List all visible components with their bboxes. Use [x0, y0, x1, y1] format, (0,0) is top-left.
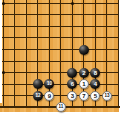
- stone-black-2: 2: [79, 68, 89, 78]
- move-number: 13: [104, 91, 109, 101]
- grid-line-vertical: [14, 0, 15, 108]
- move-number: 11: [59, 102, 64, 112]
- grid-line-horizontal: [2, 72, 119, 73]
- move-number: 1: [82, 79, 85, 89]
- move-number: 2: [82, 67, 85, 77]
- grid-line-horizontal: [2, 26, 119, 27]
- grid-line-horizontal: [2, 37, 119, 38]
- grid-line-vertical: [60, 0, 61, 108]
- grid-line-horizontal: [2, 3, 119, 4]
- move-number: 6: [71, 79, 74, 89]
- move-number: 3: [71, 91, 74, 101]
- go-diagram: 28614103751312911: [0, 0, 120, 120]
- grid-line-horizontal: [2, 61, 119, 62]
- grid-line-vertical: [26, 0, 27, 108]
- move-number: 9: [48, 91, 51, 101]
- move-number: 7: [82, 91, 85, 101]
- stone-white-7: 7: [79, 91, 89, 101]
- move-number: 10: [47, 79, 52, 89]
- grid-line-vertical: [118, 0, 119, 108]
- stone-white-13: 13: [102, 91, 112, 101]
- grid-line-horizontal: [2, 14, 119, 15]
- star-point: [71, 2, 74, 5]
- move-number: 12: [35, 91, 40, 101]
- grid-line-horizontal: [2, 84, 119, 85]
- move-number: 5: [94, 91, 97, 101]
- move-number: 4: [94, 79, 97, 89]
- star-point: [2, 2, 5, 5]
- stone-black: [79, 45, 89, 55]
- grid-line-horizontal: [2, 49, 119, 50]
- grid-line-vertical: [3, 0, 4, 108]
- move-number: 8: [94, 67, 97, 77]
- stone-black-12: 12: [33, 91, 43, 101]
